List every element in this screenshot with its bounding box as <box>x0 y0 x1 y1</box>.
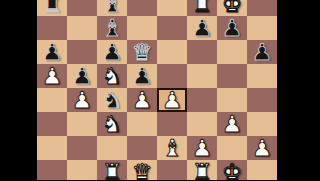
black-pawn-icon: ♟ <box>192 16 213 40</box>
square-e1[interactable] <box>157 160 187 180</box>
square-h4[interactable] <box>247 88 277 112</box>
square-e5[interactable] <box>157 64 187 88</box>
square-g7[interactable]: ♟ <box>217 16 247 40</box>
square-a2[interactable] <box>37 136 67 160</box>
square-g1[interactable]: ♚ <box>217 160 247 180</box>
square-e8[interactable] <box>157 0 187 16</box>
video-frame: ♜♝♜♚♝♟♟♟♟♛♟♟♟♞♟♟♞♟♟♞♟♝♟♟♜♛♜♚ <box>0 0 320 180</box>
square-f6[interactable] <box>187 40 217 64</box>
white-pawn-icon: ♟ <box>42 64 63 88</box>
square-c2[interactable] <box>97 136 127 160</box>
black-rook-icon: ♜ <box>42 0 63 16</box>
square-a1[interactable] <box>37 160 67 180</box>
square-d8[interactable] <box>127 0 157 16</box>
square-h6[interactable]: ♟ <box>247 40 277 64</box>
square-c8[interactable]: ♝ <box>97 0 127 16</box>
square-f4[interactable] <box>187 88 217 112</box>
black-pawn-icon: ♟ <box>222 16 243 40</box>
white-knight-icon: ♞ <box>102 64 123 88</box>
square-c3[interactable]: ♞ <box>97 112 127 136</box>
black-pawn-icon: ♟ <box>42 40 63 64</box>
square-f3[interactable] <box>187 112 217 136</box>
square-g5[interactable] <box>217 64 247 88</box>
square-a8[interactable]: ♜ <box>37 0 67 16</box>
square-d1[interactable]: ♛ <box>127 160 157 180</box>
white-pawn-icon: ♟ <box>252 136 273 160</box>
white-pawn-icon: ♟ <box>222 112 243 136</box>
square-b7[interactable] <box>67 16 97 40</box>
square-c1[interactable]: ♜ <box>97 160 127 180</box>
white-king-icon: ♚ <box>222 160 243 181</box>
white-king-icon: ♚ <box>222 0 243 16</box>
square-c6[interactable]: ♟ <box>97 40 127 64</box>
square-g4[interactable] <box>217 88 247 112</box>
square-h3[interactable] <box>247 112 277 136</box>
white-rook-icon: ♜ <box>192 0 213 16</box>
square-e3[interactable] <box>157 112 187 136</box>
square-a6[interactable]: ♟ <box>37 40 67 64</box>
square-b8[interactable] <box>67 0 97 16</box>
black-pawn-icon: ♟ <box>132 64 153 88</box>
square-h5[interactable] <box>247 64 277 88</box>
square-d2[interactable] <box>127 136 157 160</box>
white-pawn-icon: ♟ <box>132 88 153 112</box>
square-f5[interactable] <box>187 64 217 88</box>
white-rook-icon: ♜ <box>192 160 213 181</box>
black-queen-icon: ♛ <box>132 40 153 64</box>
black-knight-icon: ♞ <box>102 88 123 112</box>
square-b5[interactable]: ♟ <box>67 64 97 88</box>
white-rook-icon: ♜ <box>102 160 123 181</box>
square-d3[interactable] <box>127 112 157 136</box>
white-bishop-icon: ♝ <box>162 136 183 160</box>
square-d5[interactable]: ♟ <box>127 64 157 88</box>
white-knight-icon: ♞ <box>102 112 123 136</box>
square-f7[interactable]: ♟ <box>187 16 217 40</box>
letterbox-left-bar <box>0 0 37 180</box>
square-a3[interactable] <box>37 112 67 136</box>
square-b3[interactable] <box>67 112 97 136</box>
white-pawn-icon: ♟ <box>162 88 183 112</box>
black-pawn-icon: ♟ <box>72 64 93 88</box>
white-queen-icon: ♛ <box>132 160 153 181</box>
square-g3[interactable]: ♟ <box>217 112 247 136</box>
square-h2[interactable]: ♟ <box>247 136 277 160</box>
square-h7[interactable] <box>247 16 277 40</box>
black-pawn-icon: ♟ <box>252 40 273 64</box>
square-d7[interactable] <box>127 16 157 40</box>
black-bishop-icon: ♝ <box>102 16 123 40</box>
square-c4[interactable]: ♞ <box>97 88 127 112</box>
square-d4[interactable]: ♟ <box>127 88 157 112</box>
square-b4[interactable]: ♟ <box>67 88 97 112</box>
square-g6[interactable] <box>217 40 247 64</box>
square-h1[interactable] <box>247 160 277 180</box>
square-b6[interactable] <box>67 40 97 64</box>
square-e4[interactable]: ♟ <box>157 88 187 112</box>
square-a7[interactable] <box>37 16 67 40</box>
square-e7[interactable] <box>157 16 187 40</box>
square-c7[interactable]: ♝ <box>97 16 127 40</box>
white-pawn-icon: ♟ <box>72 88 93 112</box>
black-bishop-icon: ♝ <box>102 0 123 16</box>
square-e2[interactable]: ♝ <box>157 136 187 160</box>
square-b2[interactable] <box>67 136 97 160</box>
square-f8[interactable]: ♜ <box>187 0 217 16</box>
square-h8[interactable] <box>247 0 277 16</box>
square-c5[interactable]: ♞ <box>97 64 127 88</box>
white-pawn-icon: ♟ <box>192 136 213 160</box>
square-f2[interactable]: ♟ <box>187 136 217 160</box>
square-d6[interactable]: ♛ <box>127 40 157 64</box>
square-a4[interactable] <box>37 88 67 112</box>
square-g2[interactable] <box>217 136 247 160</box>
letterbox-right-bar <box>277 0 320 180</box>
square-e6[interactable] <box>157 40 187 64</box>
chess-board: ♜♝♜♚♝♟♟♟♟♛♟♟♟♞♟♟♞♟♟♞♟♝♟♟♜♛♜♚ <box>37 0 277 180</box>
square-b1[interactable] <box>67 160 97 180</box>
black-pawn-icon: ♟ <box>102 40 123 64</box>
square-a5[interactable]: ♟ <box>37 64 67 88</box>
square-g8[interactable]: ♚ <box>217 0 247 16</box>
square-f1[interactable]: ♜ <box>187 160 217 180</box>
